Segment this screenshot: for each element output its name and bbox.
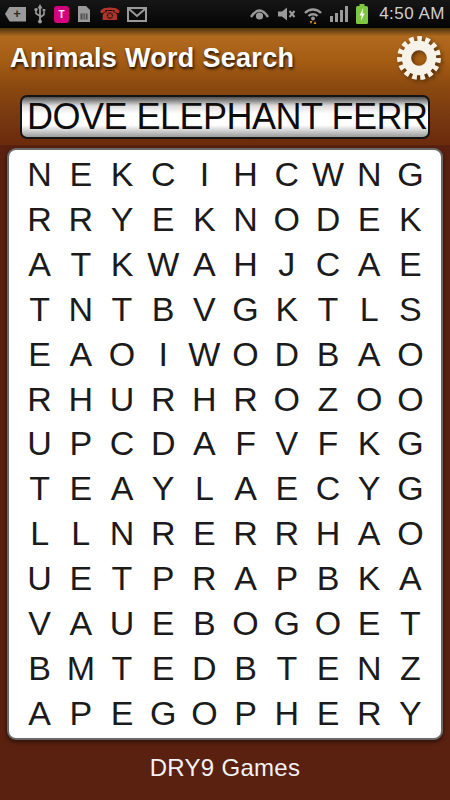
grid-cell[interactable]: K bbox=[390, 197, 431, 242]
grid-cell[interactable]: L bbox=[349, 287, 390, 332]
grid-cell[interactable]: U bbox=[101, 377, 142, 422]
grid-cell[interactable]: Z bbox=[390, 646, 431, 691]
grid-cell[interactable]: Y bbox=[101, 197, 142, 242]
grid-cell[interactable]: P bbox=[225, 691, 266, 736]
grid-cell[interactable]: R bbox=[184, 556, 225, 601]
grid-cell[interactable]: P bbox=[60, 691, 101, 736]
grid-cell[interactable]: G bbox=[266, 601, 307, 646]
grid-cell[interactable]: F bbox=[307, 422, 348, 467]
grid-cell[interactable]: R bbox=[349, 691, 390, 736]
grid-cell[interactable]: N bbox=[60, 287, 101, 332]
grid-cell[interactable]: E bbox=[60, 556, 101, 601]
grid-cell[interactable]: H bbox=[225, 152, 266, 197]
grid-cell[interactable]: L bbox=[184, 466, 225, 511]
grid-cell[interactable]: O bbox=[307, 601, 348, 646]
grid-cell[interactable]: M bbox=[60, 646, 101, 691]
grid-cell[interactable]: G bbox=[390, 152, 431, 197]
grid-cell[interactable]: O bbox=[184, 691, 225, 736]
grid-cell[interactable]: R bbox=[19, 197, 60, 242]
grid-cell[interactable]: K bbox=[349, 556, 390, 601]
grid-cell[interactable]: B bbox=[307, 332, 348, 377]
grid-cell[interactable]: K bbox=[101, 152, 142, 197]
grid-cell[interactable]: E bbox=[307, 646, 348, 691]
smart-stay-eye-icon bbox=[249, 7, 270, 22]
grid-cell[interactable]: F bbox=[225, 422, 266, 467]
grid-cell[interactable]: O bbox=[266, 377, 307, 422]
grid-cell[interactable]: U bbox=[19, 422, 60, 467]
grid-cell[interactable]: U bbox=[101, 601, 142, 646]
grid-cell[interactable]: E bbox=[266, 466, 307, 511]
grid-cell[interactable]: R bbox=[266, 511, 307, 556]
grid-cell[interactable]: A bbox=[19, 691, 60, 736]
wifi-icon bbox=[303, 5, 323, 24]
grid-cell[interactable]: O bbox=[225, 601, 266, 646]
grid-cell[interactable]: E bbox=[60, 152, 101, 197]
grid-cell[interactable]: A bbox=[349, 242, 390, 287]
grid-cell[interactable]: A bbox=[225, 466, 266, 511]
grid-cell[interactable]: O bbox=[266, 197, 307, 242]
grid-cell[interactable]: W bbox=[184, 332, 225, 377]
grid-cell[interactable]: A bbox=[60, 601, 101, 646]
grid-cell[interactable]: O bbox=[225, 332, 266, 377]
wifi-calling-icon: ☎ bbox=[99, 6, 120, 23]
grid-cell[interactable]: O bbox=[390, 377, 431, 422]
grid-cell[interactable]: A bbox=[184, 242, 225, 287]
grid-cell[interactable]: P bbox=[266, 556, 307, 601]
grid-cell[interactable]: K bbox=[184, 197, 225, 242]
grid-cell[interactable]: A bbox=[225, 556, 266, 601]
grid-cell[interactable]: W bbox=[143, 242, 184, 287]
grid-cell[interactable]: I bbox=[143, 332, 184, 377]
word-list-box[interactable]: DOVE ELEPHANT FERRET bbox=[20, 95, 430, 139]
grid-cell[interactable]: S bbox=[390, 287, 431, 332]
sim-alert-icon bbox=[76, 5, 92, 23]
grid-cell[interactable]: H bbox=[307, 511, 348, 556]
grid-cell[interactable]: C bbox=[143, 152, 184, 197]
grid-cell[interactable]: T bbox=[19, 466, 60, 511]
grid-cell[interactable]: B bbox=[307, 556, 348, 601]
title-bar: Animals Word Search bbox=[0, 28, 450, 88]
grid-cell[interactable]: O bbox=[390, 511, 431, 556]
mute-icon bbox=[277, 6, 296, 22]
grid-cell[interactable]: E bbox=[349, 601, 390, 646]
grid-cell[interactable]: E bbox=[143, 601, 184, 646]
grid-cell[interactable]: T bbox=[60, 242, 101, 287]
grid-cell[interactable]: J bbox=[266, 242, 307, 287]
grid-cell[interactable]: O bbox=[349, 377, 390, 422]
grid-cell[interactable]: R bbox=[225, 511, 266, 556]
grid-cell[interactable]: N bbox=[101, 511, 142, 556]
grid-cell[interactable]: V bbox=[19, 601, 60, 646]
grid-cell[interactable]: N bbox=[19, 152, 60, 197]
grid-cell[interactable]: A bbox=[101, 466, 142, 511]
grid-cell[interactable]: G bbox=[143, 691, 184, 736]
grid-cell[interactable]: B bbox=[225, 646, 266, 691]
grid-cell[interactable]: H bbox=[225, 242, 266, 287]
grid-cell[interactable]: B bbox=[143, 287, 184, 332]
grid-cell[interactable]: Z bbox=[307, 377, 348, 422]
grid-cell[interactable]: T bbox=[390, 601, 431, 646]
grid-cell[interactable]: E bbox=[60, 466, 101, 511]
grid-cell[interactable]: D bbox=[143, 422, 184, 467]
grid-cell[interactable]: V bbox=[184, 287, 225, 332]
grid-cell[interactable]: C bbox=[307, 242, 348, 287]
grid-cell[interactable]: P bbox=[143, 556, 184, 601]
grid-cell[interactable]: C bbox=[307, 466, 348, 511]
grid-cell[interactable]: U bbox=[19, 556, 60, 601]
grid-cell[interactable]: K bbox=[101, 242, 142, 287]
grid-cell[interactable]: D bbox=[184, 646, 225, 691]
grid-cell[interactable]: E bbox=[143, 646, 184, 691]
grid-cell[interactable]: K bbox=[266, 287, 307, 332]
grid-cell[interactable]: W bbox=[307, 152, 348, 197]
grid-cell[interactable]: A bbox=[390, 556, 431, 601]
grid-cell[interactable]: A bbox=[349, 511, 390, 556]
status-bar: + T ☎ bbox=[0, 0, 450, 28]
tmobile-icon: T bbox=[54, 6, 69, 23]
grid-cell[interactable]: H bbox=[60, 377, 101, 422]
grid-cell[interactable]: R bbox=[225, 377, 266, 422]
page-title: Animals Word Search bbox=[10, 43, 294, 74]
grid-cell[interactable]: D bbox=[266, 332, 307, 377]
grid-cell[interactable]: Y bbox=[349, 466, 390, 511]
grid-cell[interactable]: E bbox=[101, 691, 142, 736]
word-list-text: DOVE ELEPHANT FERRET bbox=[22, 96, 430, 138]
grid-cell[interactable]: K bbox=[349, 422, 390, 467]
grid-cell[interactable]: T bbox=[307, 287, 348, 332]
grid-cell[interactable]: E bbox=[307, 691, 348, 736]
battery-charging-icon bbox=[355, 4, 369, 25]
word-list-bar: DOVE ELEPHANT FERRET bbox=[0, 88, 450, 145]
signal-bars-icon bbox=[330, 6, 348, 22]
grid-cell[interactable]: Y bbox=[143, 466, 184, 511]
grid-cell[interactable]: T bbox=[266, 646, 307, 691]
grid-cell[interactable]: T bbox=[101, 556, 142, 601]
grid-cell[interactable]: G bbox=[390, 422, 431, 467]
grid-cell[interactable]: R bbox=[60, 197, 101, 242]
grid-cell[interactable]: E bbox=[184, 511, 225, 556]
grid-cell[interactable]: G bbox=[225, 287, 266, 332]
gmail-icon bbox=[127, 7, 147, 22]
grid-cell[interactable]: T bbox=[19, 287, 60, 332]
grid-cell[interactable]: O bbox=[390, 332, 431, 377]
grid-cell[interactable]: D bbox=[307, 197, 348, 242]
grid-cell[interactable]: A bbox=[19, 242, 60, 287]
settings-gear-icon[interactable] bbox=[395, 34, 443, 82]
grid-cell[interactable]: R bbox=[143, 511, 184, 556]
usb-icon bbox=[33, 4, 47, 24]
grid-cell[interactable]: Y bbox=[390, 691, 431, 736]
clock-text: 4:50 AM bbox=[379, 4, 445, 24]
grid-cell[interactable]: L bbox=[60, 511, 101, 556]
grid-cell[interactable]: R bbox=[19, 377, 60, 422]
grid-cell[interactable]: N bbox=[349, 646, 390, 691]
notification-tag-icon: + bbox=[5, 7, 26, 22]
grid-cell[interactable]: T bbox=[101, 646, 142, 691]
grid-cell[interactable]: C bbox=[101, 422, 142, 467]
grid-cell[interactable]: H bbox=[266, 691, 307, 736]
grid-cell[interactable]: A bbox=[60, 332, 101, 377]
grid-cell[interactable]: B bbox=[184, 601, 225, 646]
grid-cell[interactable]: E bbox=[143, 197, 184, 242]
grid-cell[interactable]: E bbox=[19, 332, 60, 377]
grid-cell[interactable]: N bbox=[349, 152, 390, 197]
footer-bar: DRY9 Games bbox=[0, 740, 450, 796]
grid-cell[interactable]: E bbox=[349, 197, 390, 242]
grid-cell[interactable]: L bbox=[19, 511, 60, 556]
grid-cell[interactable]: P bbox=[60, 422, 101, 467]
grid-cell[interactable]: B bbox=[19, 646, 60, 691]
grid-cell[interactable]: T bbox=[101, 287, 142, 332]
grid-cell[interactable]: V bbox=[266, 422, 307, 467]
grid-cell[interactable]: H bbox=[184, 377, 225, 422]
grid-cell[interactable]: E bbox=[390, 242, 431, 287]
word-grid[interactable]: NEKCIHCWNGRRYEKNODEKATKWAHJCAETNTBVGKTLS… bbox=[7, 148, 443, 740]
grid-cell[interactable]: O bbox=[101, 332, 142, 377]
grid-cell[interactable]: C bbox=[266, 152, 307, 197]
grid-cell[interactable]: A bbox=[349, 332, 390, 377]
grid-cell[interactable]: N bbox=[225, 197, 266, 242]
grid-cell[interactable]: R bbox=[143, 377, 184, 422]
grid-cell[interactable]: G bbox=[390, 466, 431, 511]
footer-brand-text: DRY9 Games bbox=[150, 754, 301, 782]
grid-cell[interactable]: I bbox=[184, 152, 225, 197]
grid-cell[interactable]: A bbox=[184, 422, 225, 467]
